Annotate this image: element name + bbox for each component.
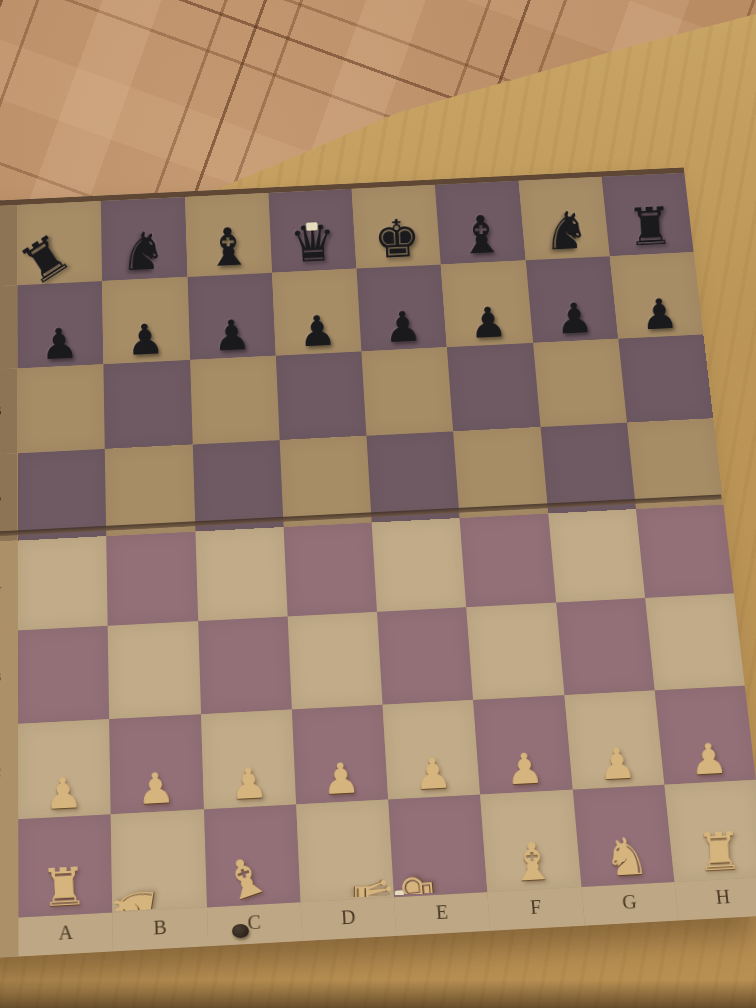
square-e7: ♟	[356, 265, 447, 351]
square-d7: ♟	[272, 269, 362, 355]
white-pawn-c2: ♟	[228, 762, 268, 806]
square-g3	[556, 598, 655, 695]
rank-label-2: 2	[0, 723, 18, 820]
black-pawn-h7: ♟	[640, 292, 680, 336]
square-d3	[287, 612, 382, 709]
rank-label-6: 6	[0, 368, 18, 454]
square-c8: ♝	[185, 193, 272, 277]
square-d6	[276, 351, 367, 440]
file-label-F: F	[488, 887, 585, 931]
square-h3	[645, 594, 745, 690]
black-pawn-d7: ♟	[297, 309, 337, 353]
square-c1: ♝	[204, 804, 301, 907]
square-d1: ♛	[296, 799, 394, 902]
board-frame-corner	[0, 918, 18, 959]
square-f6	[447, 342, 540, 431]
square-e4	[372, 518, 467, 612]
white-pawn-e2: ♟	[413, 752, 453, 796]
square-c7: ♟	[187, 273, 275, 360]
square-b7: ♟	[102, 277, 189, 364]
square-f3	[466, 603, 563, 700]
black-pawn-a7: ♟	[39, 321, 79, 365]
rank-label-8	[0, 205, 17, 287]
square-a4	[18, 536, 108, 631]
chess-board-grid: ♜♞♝♛♚♝♞♜♟♟♟♟♟♟♟♟65432♟♟♟♟♟♟♟♟♜♞♝♛♚♝♞♜ABC…	[0, 168, 756, 959]
black-pawn-e7: ♟	[383, 305, 423, 349]
square-b1: ♞	[111, 809, 207, 912]
white-rook-h1: ♜	[695, 825, 744, 879]
square-d8: ♛	[268, 189, 356, 273]
square-a6	[17, 364, 105, 453]
white-pawn-a2: ♟	[43, 771, 83, 815]
chessboard-photo-scene: ♜♞♝♛♚♝♞♜♟♟♟♟♟♟♟♟65432♟♟♟♟♟♟♟♟♜♞♝♛♚♝♞♜ABC…	[0, 0, 756, 1008]
square-f8: ♝	[435, 181, 525, 265]
file-label-D: D	[300, 897, 396, 941]
square-b3	[108, 621, 201, 718]
black-pawn-c7: ♟	[211, 313, 251, 357]
marker-patch	[306, 222, 318, 231]
square-a3	[18, 626, 109, 723]
square-a8: ♜	[17, 201, 102, 285]
white-pawn-d2: ♟	[321, 757, 361, 801]
square-h2: ♟	[654, 685, 755, 784]
square-a2: ♟	[18, 719, 111, 819]
square-b6	[104, 360, 193, 449]
square-g1: ♞	[572, 785, 674, 888]
black-knight-g8: ♞	[541, 204, 590, 258]
square-h7: ♟	[610, 252, 704, 338]
square-a1: ♜	[18, 814, 112, 917]
white-knight-g1: ♞	[602, 830, 651, 884]
black-bishop-c8: ♝	[203, 220, 253, 274]
square-g2: ♟	[564, 690, 664, 789]
square-a7: ♟	[17, 281, 103, 368]
square-g6	[533, 338, 627, 427]
square-e8: ♚	[352, 185, 441, 269]
square-e3	[377, 607, 473, 704]
black-bishop-f8: ♝	[457, 208, 506, 262]
file-label-E: E	[394, 892, 490, 936]
square-f2: ♟	[473, 695, 572, 795]
square-d4	[283, 523, 377, 617]
square-h6	[618, 334, 713, 422]
square-c3	[198, 617, 292, 714]
rank-label-1	[0, 819, 18, 919]
square-b8: ♞	[101, 197, 187, 281]
file-label-A: A	[18, 912, 113, 956]
square-g8: ♞	[518, 177, 609, 261]
white-rook-a1: ♜	[39, 860, 88, 914]
chess-board: ♜♞♝♛♚♝♞♜♟♟♟♟♟♟♟♟65432♟♟♟♟♟♟♟♟♜♞♝♛♚♝♞♜ABC…	[0, 168, 756, 952]
white-pawn-b2: ♟	[136, 767, 176, 811]
table-edge-shadow	[0, 980, 756, 1008]
square-h8: ♜	[601, 173, 693, 257]
black-pawn-f7: ♟	[469, 300, 509, 344]
rank-label-3: 3	[0, 631, 18, 725]
white-bishop-c1: ♝	[214, 846, 275, 910]
black-pawn-b7: ♟	[126, 317, 166, 361]
square-e2: ♟	[383, 699, 481, 799]
square-g4	[548, 509, 645, 603]
black-queen-d8: ♛	[288, 216, 338, 270]
square-c4	[195, 527, 287, 621]
black-rook-h8: ♜	[625, 200, 674, 254]
file-label-G: G	[581, 882, 678, 926]
square-h1: ♜	[664, 780, 756, 882]
file-label-B: B	[113, 907, 208, 951]
square-h4	[636, 505, 734, 599]
file-label-C: C	[207, 902, 303, 946]
black-pawn-g7: ♟	[554, 296, 594, 340]
square-c6	[190, 355, 280, 444]
black-knight-b8: ♞	[118, 224, 168, 278]
square-b2: ♟	[109, 714, 203, 814]
white-pawn-g2: ♟	[597, 742, 637, 786]
rank-label-5: 5	[0, 453, 18, 542]
board-clasp	[232, 924, 249, 938]
square-f7: ♟	[441, 261, 533, 347]
rank-label-7	[0, 285, 17, 369]
square-d2: ♟	[292, 704, 389, 804]
white-bishop-f1: ♝	[508, 835, 557, 889]
black-king-e8: ♚	[372, 212, 421, 266]
rank-label-4: 4	[0, 541, 18, 633]
white-pawn-h2: ♟	[689, 737, 729, 781]
square-g7: ♟	[525, 256, 618, 342]
square-e1: ♚	[388, 794, 487, 897]
square-f4	[460, 514, 556, 608]
square-f1: ♝	[480, 789, 581, 892]
file-label-H: H	[674, 877, 756, 921]
white-pawn-f2: ♟	[505, 747, 545, 791]
square-b4	[106, 532, 197, 626]
square-c2: ♟	[201, 709, 296, 809]
square-e6	[361, 347, 453, 436]
square-b5	[105, 444, 195, 536]
